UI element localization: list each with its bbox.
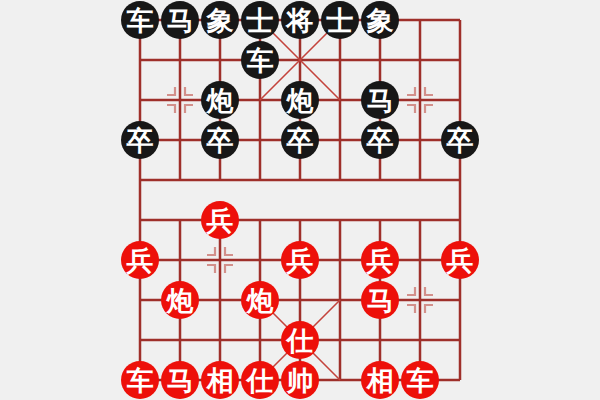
- piece-black-chariot[interactable]: 车: [121, 1, 159, 39]
- piece-red-elephant[interactable]: 相: [361, 361, 399, 399]
- piece-red-soldier[interactable]: 兵: [281, 241, 319, 279]
- piece-red-soldier[interactable]: 兵: [121, 241, 159, 279]
- piece-black-horse[interactable]: 马: [361, 81, 399, 119]
- piece-red-cannon[interactable]: 炮: [241, 281, 279, 319]
- piece-red-horse[interactable]: 马: [161, 361, 199, 399]
- piece-black-soldier[interactable]: 卒: [441, 121, 479, 159]
- piece-black-soldier[interactable]: 卒: [201, 121, 239, 159]
- piece-red-chariot[interactable]: 车: [401, 361, 439, 399]
- piece-red-soldier[interactable]: 兵: [201, 201, 239, 239]
- piece-black-cannon[interactable]: 炮: [281, 81, 319, 119]
- piece-red-cannon[interactable]: 炮: [161, 281, 199, 319]
- piece-red-soldier[interactable]: 兵: [361, 241, 399, 279]
- piece-red-advisor[interactable]: 仕: [241, 361, 279, 399]
- piece-red-horse[interactable]: 马: [361, 281, 399, 319]
- xiangqi-board[interactable]: 车马象士将士象车炮炮马卒卒卒卒卒兵兵兵兵兵炮炮马仕车马相仕帅相车: [120, 0, 480, 400]
- piece-black-advisor[interactable]: 士: [321, 1, 359, 39]
- piece-black-chariot[interactable]: 车: [241, 41, 279, 79]
- piece-black-soldier[interactable]: 卒: [361, 121, 399, 159]
- piece-black-general[interactable]: 将: [281, 1, 319, 39]
- piece-red-elephant[interactable]: 相: [201, 361, 239, 399]
- piece-red-soldier[interactable]: 兵: [441, 241, 479, 279]
- xiangqi-screen: 车马象士将士象车炮炮马卒卒卒卒卒兵兵兵兵兵炮炮马仕车马相仕帅相车: [0, 0, 600, 400]
- piece-black-elephant[interactable]: 象: [201, 1, 239, 39]
- piece-black-cannon[interactable]: 炮: [201, 81, 239, 119]
- piece-red-advisor[interactable]: 仕: [281, 321, 319, 359]
- piece-black-elephant[interactable]: 象: [361, 1, 399, 39]
- piece-red-chariot[interactable]: 车: [121, 361, 159, 399]
- piece-black-soldier[interactable]: 卒: [121, 121, 159, 159]
- piece-red-general[interactable]: 帅: [281, 361, 319, 399]
- piece-black-advisor[interactable]: 士: [241, 1, 279, 39]
- piece-black-horse[interactable]: 马: [161, 1, 199, 39]
- piece-black-soldier[interactable]: 卒: [281, 121, 319, 159]
